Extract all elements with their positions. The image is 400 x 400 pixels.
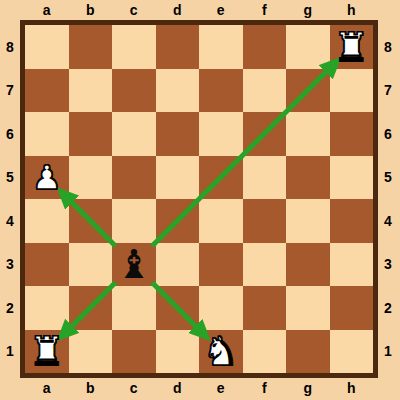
square-f3[interactable] — [243, 243, 287, 287]
file-label-d: d — [156, 0, 200, 20]
file-label-b: b — [69, 378, 113, 398]
square-h3[interactable] — [330, 243, 374, 287]
rank-label-3: 3 — [0, 243, 20, 287]
square-c5[interactable] — [112, 156, 156, 200]
square-a2[interactable] — [25, 286, 69, 330]
square-e7[interactable] — [199, 69, 243, 113]
square-a1[interactable]: ♜ — [25, 330, 69, 374]
square-c4[interactable] — [112, 199, 156, 243]
rank-label-4: 4 — [0, 199, 20, 243]
square-g2[interactable] — [286, 286, 330, 330]
square-g3[interactable] — [286, 243, 330, 287]
square-d3[interactable] — [156, 243, 200, 287]
square-h6[interactable] — [330, 112, 374, 156]
square-b1[interactable] — [69, 330, 113, 374]
square-c2[interactable] — [112, 286, 156, 330]
file-label-g: g — [286, 378, 330, 398]
square-g8[interactable] — [286, 25, 330, 69]
square-e5[interactable] — [199, 156, 243, 200]
square-e2[interactable] — [199, 286, 243, 330]
rank-label-8: 8 — [378, 25, 398, 69]
file-label-d: d — [156, 378, 200, 398]
square-e6[interactable] — [199, 112, 243, 156]
square-c3[interactable]: ♝ — [112, 243, 156, 287]
square-h1[interactable] — [330, 330, 374, 374]
file-label-c: c — [112, 0, 156, 20]
white-knight-e1[interactable]: ♞ — [203, 331, 239, 371]
rank-label-5: 5 — [0, 156, 20, 200]
file-labels-top: abcdefgh — [25, 0, 373, 20]
file-label-a: a — [25, 378, 69, 398]
square-a4[interactable] — [25, 199, 69, 243]
square-h5[interactable] — [330, 156, 374, 200]
square-g1[interactable] — [286, 330, 330, 374]
square-c7[interactable] — [112, 69, 156, 113]
square-f6[interactable] — [243, 112, 287, 156]
square-g4[interactable] — [286, 199, 330, 243]
square-b6[interactable] — [69, 112, 113, 156]
square-d5[interactable] — [156, 156, 200, 200]
square-a3[interactable] — [25, 243, 69, 287]
square-a8[interactable] — [25, 25, 69, 69]
square-e1[interactable]: ♞ — [199, 330, 243, 374]
rank-label-8: 8 — [0, 25, 20, 69]
square-b3[interactable] — [69, 243, 113, 287]
square-b2[interactable] — [69, 286, 113, 330]
file-label-c: c — [112, 378, 156, 398]
rank-label-1: 1 — [0, 330, 20, 374]
square-h4[interactable] — [330, 199, 374, 243]
white-rook-a1[interactable]: ♜ — [29, 331, 65, 371]
file-labels-bottom: abcdefgh — [25, 378, 373, 398]
file-label-a: a — [25, 0, 69, 20]
square-g7[interactable] — [286, 69, 330, 113]
square-d6[interactable] — [156, 112, 200, 156]
square-b8[interactable] — [69, 25, 113, 69]
square-c8[interactable] — [112, 25, 156, 69]
square-f7[interactable] — [243, 69, 287, 113]
square-c6[interactable] — [112, 112, 156, 156]
rank-labels-left: 87654321 — [0, 25, 20, 373]
square-f8[interactable] — [243, 25, 287, 69]
square-d4[interactable] — [156, 199, 200, 243]
square-f5[interactable] — [243, 156, 287, 200]
square-d2[interactable] — [156, 286, 200, 330]
square-c1[interactable] — [112, 330, 156, 374]
square-f2[interactable] — [243, 286, 287, 330]
file-label-f: f — [243, 0, 287, 20]
rank-label-5: 5 — [378, 156, 398, 200]
file-label-h: h — [330, 0, 374, 20]
rank-labels-right: 87654321 — [378, 25, 398, 373]
square-f1[interactable] — [243, 330, 287, 374]
rank-label-2: 2 — [0, 286, 20, 330]
square-b4[interactable] — [69, 199, 113, 243]
square-f4[interactable] — [243, 199, 287, 243]
square-d8[interactable] — [156, 25, 200, 69]
rank-label-1: 1 — [378, 330, 398, 374]
rank-label-6: 6 — [378, 112, 398, 156]
square-b7[interactable] — [69, 69, 113, 113]
square-d1[interactable] — [156, 330, 200, 374]
square-b5[interactable] — [69, 156, 113, 200]
square-g5[interactable] — [286, 156, 330, 200]
board: ♜♟♝♜♞ — [20, 20, 378, 378]
rank-label-7: 7 — [0, 69, 20, 113]
white-pawn-a5[interactable]: ♟ — [32, 161, 62, 194]
file-label-e: e — [199, 0, 243, 20]
black-bishop-c3[interactable]: ♝ — [116, 244, 152, 284]
file-label-b: b — [69, 0, 113, 20]
file-label-h: h — [330, 378, 374, 398]
rank-label-2: 2 — [378, 286, 398, 330]
square-h8[interactable]: ♜ — [330, 25, 374, 69]
square-e4[interactable] — [199, 199, 243, 243]
square-e8[interactable] — [199, 25, 243, 69]
file-label-e: e — [199, 378, 243, 398]
square-g6[interactable] — [286, 112, 330, 156]
rank-label-4: 4 — [378, 199, 398, 243]
square-a7[interactable] — [25, 69, 69, 113]
square-h2[interactable] — [330, 286, 374, 330]
rank-label-3: 3 — [378, 243, 398, 287]
square-e3[interactable] — [199, 243, 243, 287]
square-a6[interactable] — [25, 112, 69, 156]
square-d7[interactable] — [156, 69, 200, 113]
rank-label-7: 7 — [378, 69, 398, 113]
white-rook-h8[interactable]: ♜ — [333, 27, 369, 67]
file-label-f: f — [243, 378, 287, 398]
square-a5[interactable]: ♟ — [25, 156, 69, 200]
file-label-g: g — [286, 0, 330, 20]
square-h7[interactable] — [330, 69, 374, 113]
rank-label-6: 6 — [0, 112, 20, 156]
